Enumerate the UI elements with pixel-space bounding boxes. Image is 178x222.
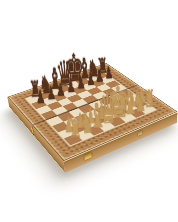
piece-black-pawn: ♟ xyxy=(46,85,56,103)
piece-black-pawn: ♟ xyxy=(76,74,86,92)
brass-hinge-icon xyxy=(84,152,91,160)
piece-black-pawn: ♟ xyxy=(66,78,76,96)
piece-black-pawn: ♟ xyxy=(56,81,66,99)
piece-black-pawn: ♟ xyxy=(95,68,105,85)
chess-set-scene: ♜♞♝♛♚♝♞♜♟♟♟♟♟♟♟♟♟♟♟♟♟♟♟♟♜♞♝♛♚♝♞♜ xyxy=(0,0,178,222)
piece-white-rook: ♜ xyxy=(67,115,82,142)
piece-black-pawn: ♟ xyxy=(35,88,45,107)
brass-clasp-icon xyxy=(138,131,142,136)
chess-board: ♜♞♝♛♚♝♞♜♟♟♟♟♟♟♟♟♟♟♟♟♟♟♟♟♜♞♝♛♚♝♞♜ xyxy=(7,63,177,161)
piece-black-pawn: ♟ xyxy=(85,71,95,89)
product-photo: ♜♞♝♛♚♝♞♜♟♟♟♟♟♟♟♟♟♟♟♟♟♟♟♟♜♞♝♛♚♝♞♜ xyxy=(0,0,178,222)
